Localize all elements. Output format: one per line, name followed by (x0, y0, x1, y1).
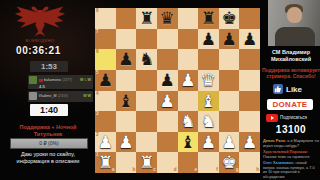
square-e5[interactable]: ♟ (178, 70, 199, 91)
square-a4[interactable]: 4 (95, 91, 116, 112)
square-e7[interactable] (178, 29, 199, 50)
black-player-results: WLW (80, 78, 91, 82)
file-label-h: h (256, 168, 259, 173)
white-knight-e3[interactable]: ♞ (178, 111, 199, 132)
square-a7[interactable]: 7 (95, 29, 116, 50)
square-d2[interactable] (157, 132, 178, 153)
donation-goal-title: Поддержка + Ночной Титульник (4, 124, 92, 137)
goal-title-line2: Титульник (4, 131, 92, 138)
black-pawn-g7[interactable]: ♟ (219, 29, 240, 50)
square-a3[interactable]: 3 (95, 111, 116, 132)
streamer-name-line2: Михайловский (262, 56, 320, 63)
thumbs-up-icon (273, 84, 283, 94)
square-a5[interactable]: 5♟ (95, 70, 116, 91)
result-letter: W (88, 94, 91, 98)
square-g5[interactable] (219, 70, 240, 91)
square-d6[interactable] (157, 49, 178, 70)
file-label-e: e (195, 168, 198, 173)
white-player-rating: (2319) (58, 94, 68, 98)
chess-board[interactable]: 8♜♛♜♚7♟♟♟6♟♞5♟♟♟♛4♝♟♝3♞♞2♟♟♝♟♟♟1a♜bc♜def… (95, 8, 260, 173)
square-c1[interactable]: c♜ (136, 152, 157, 173)
white-clock: 1:40 (30, 104, 68, 116)
webcam-video (268, 0, 320, 46)
square-b3[interactable] (116, 111, 137, 132)
black-knight-c6[interactable]: ♞ (136, 49, 157, 70)
match-score: 4.5 (28, 84, 93, 89)
rank-label-7: 7 (96, 30, 99, 35)
square-e2[interactable]: ♝ (178, 132, 199, 153)
black-player-name: bakamono (44, 78, 61, 82)
black-player-rating: (2377) (62, 78, 72, 82)
black-rook-f8[interactable]: ♜ (198, 8, 219, 29)
square-b8[interactable] (116, 8, 137, 29)
black-bishop-b4[interactable]: ♝ (116, 91, 137, 112)
white-pawn-f2[interactable]: ♟ (198, 132, 219, 153)
square-g2[interactable]: ♟ (219, 132, 240, 153)
square-e6[interactable] (178, 49, 199, 70)
stream-session-timer: 00:36:21 (16, 45, 61, 56)
white-pawn-b2[interactable]: ♟ (116, 132, 137, 153)
rank-label-2: 2 (96, 133, 99, 138)
file-label-g: g (236, 168, 239, 173)
square-c3[interactable] (136, 111, 157, 132)
file-label-b: b (133, 168, 136, 173)
white-player-results: WW (83, 94, 91, 98)
streamer-torso (275, 27, 315, 46)
square-d8[interactable]: ♛ (157, 8, 178, 29)
result-letter: L (84, 78, 86, 82)
black-clock: 1:53 (30, 61, 68, 72)
black-pawn-f7[interactable]: ♟ (198, 29, 219, 50)
square-f6[interactable] (198, 49, 219, 70)
black-king-g8[interactable]: ♚ (219, 8, 240, 29)
black-pawn-b6[interactable]: ♟ (116, 49, 137, 70)
chat-username: Денис Рало: (263, 139, 287, 143)
chat-username: Хрустальный Порошок: (263, 150, 308, 154)
square-h3[interactable] (239, 111, 260, 132)
white-bishop-f4[interactable]: ♝ (198, 91, 219, 112)
square-a8[interactable]: 8 (95, 8, 116, 29)
square-e4[interactable] (178, 91, 199, 112)
black-pawn-d5[interactable]: ♟ (157, 70, 178, 91)
square-e3[interactable]: ♞ (178, 111, 199, 132)
support-note: Поддержка мотивирует стримера. Спасибо! (262, 67, 320, 79)
square-b4[interactable]: ♝ (116, 91, 137, 112)
result-letter: W (80, 78, 83, 82)
white-pawn-h2[interactable]: ♟ (239, 132, 260, 153)
chat-feed[interactable]: Денис Рало: а в Мариуполе ты играл когда… (263, 139, 319, 180)
chat-username: Олег Хазанович: (263, 161, 295, 165)
square-h4[interactable] (239, 91, 260, 112)
like-label: Like (286, 85, 302, 94)
chat-message: Хрустальный Порошок: Покажи темп на гори… (263, 150, 319, 159)
square-h6[interactable] (239, 49, 260, 70)
like-button[interactable]: Like (273, 84, 302, 94)
square-a6[interactable]: 6 (95, 49, 116, 70)
black-player-avatar (29, 76, 37, 84)
result-letter: W (83, 94, 86, 98)
player-row-white: Vladimir_M (2319) WW (28, 91, 93, 102)
rank-label-4: 4 (96, 92, 99, 97)
black-rook-c8[interactable]: ♜ (136, 8, 157, 29)
square-b6[interactable]: ♟ (116, 49, 137, 70)
square-b1[interactable]: b (116, 152, 137, 173)
player-row-black: bakamono (2377) WLW 4.5 (28, 75, 93, 89)
square-g1[interactable]: g♚ (219, 152, 240, 173)
rank-label-6: 6 (96, 50, 99, 55)
square-b7[interactable] (116, 29, 137, 50)
square-g3[interactable] (219, 111, 240, 132)
streamer-name: СМ Владимир Михайловский (262, 49, 320, 62)
square-g4[interactable] (219, 91, 240, 112)
square-e1[interactable]: e (178, 152, 199, 173)
lessons-note-line2: информация в описании (2, 158, 94, 165)
square-d5[interactable]: ♟ (157, 70, 178, 91)
white-pawn-g2[interactable]: ♟ (219, 132, 240, 153)
rank-label-1: 1 (96, 153, 99, 158)
square-c8[interactable]: ♜ (136, 8, 157, 29)
square-h8[interactable] (239, 8, 260, 29)
square-g6[interactable] (219, 49, 240, 70)
white-knight-f3[interactable]: ♞ (198, 111, 219, 132)
square-c4[interactable] (136, 91, 157, 112)
donation-progress-bar: 0 ₽ (0%) (10, 138, 88, 149)
square-b2[interactable]: ♟ (116, 132, 137, 153)
square-c5[interactable] (136, 70, 157, 91)
file-label-f: f (216, 168, 218, 173)
square-c2[interactable] (136, 132, 157, 153)
file-label-d: d (174, 168, 177, 173)
square-h2[interactable]: ♟ (239, 132, 260, 153)
file-label-c: c (153, 168, 156, 173)
white-pawn-d4[interactable]: ♟ (157, 91, 178, 112)
square-d1[interactable]: d (157, 152, 178, 173)
result-letter: W (88, 78, 91, 82)
black-pawn-h7[interactable]: ♟ (239, 29, 260, 50)
file-label-a: a (112, 168, 115, 173)
square-f3[interactable]: ♞ (198, 111, 219, 132)
logo-caption: ВОЕВОДИНО (8, 38, 72, 43)
black-player-flag-icon (39, 79, 43, 82)
rank-label-8: 8 (96, 9, 99, 14)
chat-message: Денис Рало: а в Мариуполе ты играл когда… (263, 139, 319, 148)
square-d4[interactable]: ♟ (157, 91, 178, 112)
subscribe-button[interactable]: Подписаться (266, 113, 307, 122)
chat-message: Олег Хазанович: новый вопрос хочешь прям… (263, 161, 319, 180)
subscriber-count: 13100 (262, 124, 320, 135)
rank-label-3: 3 (96, 112, 99, 117)
square-f5[interactable]: ♛ (198, 70, 219, 91)
square-a2[interactable]: 2♟ (95, 132, 116, 153)
square-c6[interactable]: ♞ (136, 49, 157, 70)
lessons-note: Даю уроки по скайпу, информация в описан… (2, 151, 94, 164)
square-d3[interactable] (157, 111, 178, 132)
eagle-logo-icon (12, 2, 68, 38)
rank-label-5: 5 (96, 71, 99, 76)
square-a1[interactable]: 1a♜ (95, 152, 116, 173)
square-b5[interactable] (116, 70, 137, 91)
square-f2[interactable]: ♟ (198, 132, 219, 153)
square-d7[interactable] (157, 29, 178, 50)
square-f1[interactable]: f (198, 152, 219, 173)
square-e8[interactable] (178, 8, 199, 29)
donate-button[interactable]: DONATE (267, 99, 313, 110)
chat-text: Покажи темп на горизонте (263, 155, 310, 159)
square-g8[interactable]: ♚ (219, 8, 240, 29)
youtube-play-icon (266, 114, 278, 122)
black-bishop-e2[interactable]: ♝ (178, 132, 199, 153)
square-f8[interactable]: ♜ (198, 8, 219, 29)
support-note-line2: стримера. Спасибо! (262, 73, 320, 79)
white-player-avatar (29, 92, 37, 100)
white-queen-f5[interactable]: ♛ (198, 70, 219, 91)
square-g7[interactable]: ♟ (219, 29, 240, 50)
subscribe-label: Подписаться (280, 115, 307, 120)
square-h7[interactable]: ♟ (239, 29, 260, 50)
square-f7[interactable]: ♟ (198, 29, 219, 50)
white-player-name: Vladimir_M (39, 94, 57, 98)
square-h5[interactable] (239, 70, 260, 91)
white-pawn-e5[interactable]: ♟ (178, 70, 199, 91)
streamer-face (287, 7, 302, 23)
square-f4[interactable]: ♝ (198, 91, 219, 112)
square-c7[interactable] (136, 29, 157, 50)
black-queen-d8[interactable]: ♛ (157, 8, 178, 29)
square-h1[interactable]: h (239, 152, 260, 173)
